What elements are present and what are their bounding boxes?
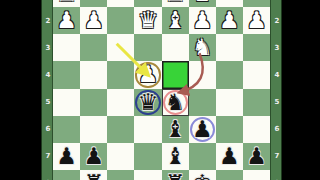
- square-e3[interactable]: [134, 34, 161, 61]
- square-b6[interactable]: [216, 116, 243, 143]
- square-h5[interactable]: [53, 89, 80, 116]
- square-h7[interactable]: ♟: [53, 143, 80, 170]
- video-frame: 12345678 12345678 ♜♜♚♟♟♛♝♟♟♟♞♟♛♞♝♟♟♟♝♟♟♜…: [0, 0, 320, 180]
- rank-label-3: 3: [272, 43, 282, 53]
- square-g3[interactable]: [80, 34, 107, 61]
- square-e7[interactable]: [134, 143, 161, 170]
- square-a8[interactable]: [243, 170, 270, 180]
- piece-white-pawn-b2[interactable]: ♟: [216, 7, 243, 34]
- rank-label-4: 4: [43, 70, 53, 80]
- piece-white-pawn-e4[interactable]: ♟: [134, 61, 161, 88]
- square-d7[interactable]: ♝: [162, 143, 189, 170]
- square-c7[interactable]: [189, 143, 216, 170]
- square-b4[interactable]: [216, 61, 243, 88]
- square-c4[interactable]: [189, 61, 216, 88]
- square-c1[interactable]: ♚: [189, 0, 216, 7]
- rank-label-7: 7: [272, 151, 282, 161]
- square-d3[interactable]: [162, 34, 189, 61]
- piece-white-pawn-g2[interactable]: ♟: [80, 7, 107, 34]
- square-f4[interactable]: [107, 61, 134, 88]
- square-c6[interactable]: ♟: [189, 116, 216, 143]
- square-a3[interactable]: [243, 34, 270, 61]
- square-d2[interactable]: ♝: [162, 7, 189, 34]
- square-g5[interactable]: [80, 89, 107, 116]
- square-e8[interactable]: [134, 170, 161, 180]
- square-h4[interactable]: [53, 61, 80, 88]
- square-f3[interactable]: [107, 34, 134, 61]
- square-f5[interactable]: [107, 89, 134, 116]
- piece-white-pawn-c2[interactable]: ♟: [189, 7, 216, 34]
- square-f2[interactable]: [107, 7, 134, 34]
- piece-white-king-c1[interactable]: ♚: [189, 0, 216, 7]
- square-h2[interactable]: ♟: [53, 7, 80, 34]
- square-d1[interactable]: ♜: [162, 0, 189, 7]
- square-a7[interactable]: ♟: [243, 143, 270, 170]
- piece-black-knight-d5[interactable]: ♞: [162, 89, 189, 116]
- square-c2[interactable]: ♟: [189, 7, 216, 34]
- rank-label-7: 7: [43, 151, 53, 161]
- rank-label-6: 6: [43, 124, 53, 134]
- square-e2[interactable]: ♛: [134, 7, 161, 34]
- square-d6[interactable]: ♝: [162, 116, 189, 143]
- square-f7[interactable]: [107, 143, 134, 170]
- square-c3[interactable]: ♞: [189, 34, 216, 61]
- rank-label-3: 3: [43, 43, 53, 53]
- square-e4[interactable]: ♟: [134, 61, 161, 88]
- piece-black-bishop-d6[interactable]: ♝: [162, 116, 189, 143]
- piece-white-bishop-d2[interactable]: ♝: [162, 7, 189, 34]
- piece-white-queen-e2[interactable]: ♛: [134, 7, 161, 34]
- rank-label-5: 5: [43, 97, 53, 107]
- piece-white-pawn-a2[interactable]: ♟: [243, 7, 270, 34]
- piece-black-king-c8[interactable]: ♚: [189, 170, 216, 180]
- rank-label-8: 8: [43, 178, 53, 180]
- rank-strip-right: 12345678: [270, 0, 282, 180]
- piece-white-pawn-h2[interactable]: ♟: [53, 7, 80, 34]
- square-c8[interactable]: ♚: [189, 170, 216, 180]
- square-b2[interactable]: ♟: [216, 7, 243, 34]
- square-e1[interactable]: [134, 0, 161, 7]
- square-e6[interactable]: [134, 116, 161, 143]
- square-b1[interactable]: [216, 0, 243, 7]
- square-g2[interactable]: ♟: [80, 7, 107, 34]
- square-e5[interactable]: ♛: [134, 89, 161, 116]
- piece-black-pawn-c6[interactable]: ♟: [189, 116, 216, 143]
- square-g4[interactable]: [80, 61, 107, 88]
- piece-black-pawn-a7[interactable]: ♟: [243, 143, 270, 170]
- square-c5[interactable]: [189, 89, 216, 116]
- square-f6[interactable]: [107, 116, 134, 143]
- rank-label-6: 6: [272, 124, 282, 134]
- piece-black-rook-g8[interactable]: ♜: [80, 170, 107, 180]
- chess-board: ♜♜♚♟♟♛♝♟♟♟♞♟♛♞♝♟♟♟♝♟♟♜♜♚: [53, 0, 270, 180]
- highlight-square-d4[interactable]: [162, 61, 189, 88]
- square-h6[interactable]: [53, 116, 80, 143]
- piece-black-pawn-b7[interactable]: ♟: [216, 143, 243, 170]
- square-a4[interactable]: [243, 61, 270, 88]
- square-h3[interactable]: [53, 34, 80, 61]
- square-f1[interactable]: [107, 0, 134, 7]
- square-d8[interactable]: ♜: [162, 170, 189, 180]
- rank-label-2: 2: [272, 16, 282, 26]
- square-b8[interactable]: [216, 170, 243, 180]
- piece-white-rook-h1[interactable]: ♜: [53, 0, 80, 7]
- square-g6[interactable]: [80, 116, 107, 143]
- square-h1[interactable]: ♜: [53, 0, 80, 7]
- piece-black-queen-e5[interactable]: ♛: [134, 89, 161, 116]
- square-d5[interactable]: ♞: [162, 89, 189, 116]
- piece-black-bishop-d7[interactable]: ♝: [162, 143, 189, 170]
- square-b5[interactable]: [216, 89, 243, 116]
- square-b7[interactable]: ♟: [216, 143, 243, 170]
- rank-label-5: 5: [272, 97, 282, 107]
- piece-black-pawn-g7[interactable]: ♟: [80, 143, 107, 170]
- square-a1[interactable]: [243, 0, 270, 7]
- piece-white-knight-c3[interactable]: ♞: [189, 34, 216, 61]
- rank-strip-left: 12345678: [41, 0, 53, 180]
- rank-label-8: 8: [272, 178, 282, 180]
- square-a6[interactable]: [243, 116, 270, 143]
- square-h8[interactable]: [53, 170, 80, 180]
- square-g8[interactable]: ♜: [80, 170, 107, 180]
- square-g1[interactable]: [80, 0, 107, 7]
- square-g7[interactable]: ♟: [80, 143, 107, 170]
- square-b3[interactable]: [216, 34, 243, 61]
- square-f8[interactable]: [107, 170, 134, 180]
- piece-black-pawn-h7[interactable]: ♟: [53, 143, 80, 170]
- rank-label-2: 2: [43, 16, 53, 26]
- piece-white-rook-d1[interactable]: ♜: [162, 0, 189, 7]
- square-a2[interactable]: ♟: [243, 7, 270, 34]
- piece-black-rook-d8[interactable]: ♜: [162, 170, 189, 180]
- square-a5[interactable]: [243, 89, 270, 116]
- rank-label-4: 4: [272, 70, 282, 80]
